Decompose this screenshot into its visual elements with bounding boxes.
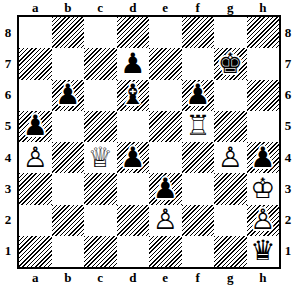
square-d8[interactable]	[117, 17, 150, 48]
square-c1[interactable]	[84, 236, 117, 267]
file-label-b: b	[52, 0, 85, 15]
chessboard: ♟♟♚♚♟♟♝♝♟♟♟♟♜♖♟♙♛♕♟♟♟♙♟♟♟♟♚♔♟♙♟♙♛♛	[17, 15, 281, 269]
square-d2[interactable]	[117, 205, 150, 236]
rank-labels-left: 87654321	[0, 17, 16, 267]
file-label-b: b	[52, 270, 85, 285]
square-h5[interactable]	[247, 111, 280, 142]
square-c6[interactable]	[84, 80, 117, 111]
white-pawn-icon: ♙	[19, 142, 52, 173]
square-b3[interactable]	[52, 173, 85, 204]
file-label-c: c	[84, 0, 117, 15]
file-labels-bottom: abcdefgh	[19, 270, 279, 285]
piece-black-pawn[interactable]: ♟♟	[52, 80, 85, 111]
file-label-e: e	[149, 0, 182, 15]
file-label-h: h	[247, 0, 280, 15]
square-b4[interactable]	[52, 142, 85, 173]
square-c7[interactable]	[84, 48, 117, 79]
file-label-g: g	[214, 0, 247, 15]
square-e8[interactable]	[149, 17, 182, 48]
square-f3[interactable]	[182, 173, 215, 204]
square-a2[interactable]	[19, 205, 52, 236]
file-label-h: h	[247, 270, 280, 285]
square-e6[interactable]	[149, 80, 182, 111]
square-e4[interactable]	[149, 142, 182, 173]
piece-white-pawn[interactable]: ♟♙	[19, 142, 52, 173]
piece-black-pawn[interactable]: ♟♟	[149, 173, 182, 204]
square-a3[interactable]	[19, 173, 52, 204]
white-pawn-icon: ♙	[214, 142, 247, 173]
square-a4[interactable]: ♟♙	[19, 142, 52, 173]
file-label-e: e	[149, 270, 182, 285]
black-queen-icon: ♛	[247, 236, 280, 267]
file-label-d: d	[117, 270, 150, 285]
rank-labels-right: 87654321	[281, 17, 295, 267]
square-a6[interactable]	[19, 80, 52, 111]
square-f8[interactable]	[182, 17, 215, 48]
piece-black-pawn[interactable]: ♟♟	[117, 48, 150, 79]
rank-label-5: 5	[0, 111, 16, 142]
square-b8[interactable]	[52, 17, 85, 48]
square-g7[interactable]: ♚♚	[214, 48, 247, 79]
piece-white-king[interactable]: ♚♔	[247, 173, 280, 204]
rank-label-2: 2	[0, 205, 16, 236]
square-g1[interactable]	[214, 236, 247, 267]
black-pawn-icon: ♟	[19, 111, 52, 142]
square-f6[interactable]: ♟♟	[182, 80, 215, 111]
piece-black-pawn[interactable]: ♟♟	[19, 111, 52, 142]
black-bishop-icon: ♝	[117, 80, 150, 111]
square-e5[interactable]	[149, 111, 182, 142]
piece-black-pawn[interactable]: ♟♟	[182, 80, 215, 111]
file-label-d: d	[117, 0, 150, 15]
piece-black-pawn[interactable]: ♟♟	[117, 142, 150, 173]
file-label-a: a	[19, 0, 52, 15]
piece-white-queen[interactable]: ♛♕	[84, 142, 117, 173]
rank-label-1: 1	[0, 236, 16, 267]
white-pawn-icon: ♙	[149, 205, 182, 236]
rank-label-8: 8	[0, 17, 16, 48]
square-b2[interactable]	[52, 205, 85, 236]
square-h1[interactable]: ♛♛	[247, 236, 280, 267]
square-h6[interactable]	[247, 80, 280, 111]
square-f5[interactable]: ♜♖	[182, 111, 215, 142]
rank-label-2: 2	[281, 205, 295, 236]
rank-label-4: 4	[0, 142, 16, 173]
square-f7[interactable]	[182, 48, 215, 79]
square-a1[interactable]	[19, 236, 52, 267]
black-king-icon: ♚	[214, 48, 247, 79]
chess-diagram: abcdefgh 87654321 87654321 abcdefgh ♟♟♚♚…	[0, 0, 295, 295]
square-f1[interactable]	[182, 236, 215, 267]
piece-white-rook[interactable]: ♜♖	[182, 111, 215, 142]
rank-label-1: 1	[281, 236, 295, 267]
square-c3[interactable]	[84, 173, 117, 204]
file-label-f: f	[182, 270, 215, 285]
white-pawn-icon: ♙	[247, 205, 280, 236]
rank-label-6: 6	[0, 80, 16, 111]
piece-white-pawn[interactable]: ♟♙	[214, 142, 247, 173]
square-g4[interactable]: ♟♙	[214, 142, 247, 173]
square-b1[interactable]	[52, 236, 85, 267]
square-h4[interactable]: ♟♟	[247, 142, 280, 173]
square-a5[interactable]: ♟♟	[19, 111, 52, 142]
black-pawn-icon: ♟	[52, 80, 85, 111]
square-d4[interactable]: ♟♟	[117, 142, 150, 173]
rank-label-7: 7	[281, 48, 295, 79]
square-d5[interactable]	[117, 111, 150, 142]
file-label-f: f	[182, 0, 215, 15]
piece-black-pawn[interactable]: ♟♟	[247, 142, 280, 173]
rank-label-7: 7	[0, 48, 16, 79]
black-pawn-icon: ♟	[149, 173, 182, 204]
piece-black-king[interactable]: ♚♚	[214, 48, 247, 79]
file-label-c: c	[84, 270, 117, 285]
square-g8[interactable]	[214, 17, 247, 48]
square-c2[interactable]	[84, 205, 117, 236]
piece-white-pawn[interactable]: ♟♙	[149, 205, 182, 236]
square-d3[interactable]	[117, 173, 150, 204]
rank-label-3: 3	[0, 173, 16, 204]
square-a7[interactable]	[19, 48, 52, 79]
rank-label-5: 5	[281, 111, 295, 142]
square-g3[interactable]	[214, 173, 247, 204]
square-b6[interactable]: ♟♟	[52, 80, 85, 111]
square-h8[interactable]	[247, 17, 280, 48]
piece-black-queen[interactable]: ♛♛	[247, 236, 280, 267]
rank-label-3: 3	[281, 173, 295, 204]
square-g6[interactable]	[214, 80, 247, 111]
square-b7[interactable]	[52, 48, 85, 79]
white-king-icon: ♔	[247, 173, 280, 204]
square-e2[interactable]: ♟♙	[149, 205, 182, 236]
square-e1[interactable]	[149, 236, 182, 267]
square-h2[interactable]: ♟♙	[247, 205, 280, 236]
square-f2[interactable]	[182, 205, 215, 236]
square-c4[interactable]: ♛♕	[84, 142, 117, 173]
black-pawn-icon: ♟	[247, 142, 280, 173]
rank-label-4: 4	[281, 142, 295, 173]
piece-white-pawn[interactable]: ♟♙	[247, 205, 280, 236]
square-h7[interactable]	[247, 48, 280, 79]
square-d7[interactable]: ♟♟	[117, 48, 150, 79]
square-d1[interactable]	[117, 236, 150, 267]
square-g5[interactable]	[214, 111, 247, 142]
white-rook-icon: ♖	[182, 111, 215, 142]
square-a8[interactable]	[19, 17, 52, 48]
rank-label-8: 8	[281, 17, 295, 48]
square-c8[interactable]	[84, 17, 117, 48]
file-label-a: a	[19, 270, 52, 285]
square-e3[interactable]: ♟♟	[149, 173, 182, 204]
file-label-g: g	[214, 270, 247, 285]
square-d6[interactable]: ♝♝	[117, 80, 150, 111]
black-pawn-icon: ♟	[117, 142, 150, 173]
square-f4[interactable]	[182, 142, 215, 173]
square-h3[interactable]: ♚♔	[247, 173, 280, 204]
piece-black-bishop[interactable]: ♝♝	[117, 80, 150, 111]
square-g2[interactable]	[214, 205, 247, 236]
square-c5[interactable]	[84, 111, 117, 142]
square-b5[interactable]	[52, 111, 85, 142]
white-queen-icon: ♕	[84, 142, 117, 173]
black-pawn-icon: ♟	[117, 48, 150, 79]
file-labels-top: abcdefgh	[19, 0, 279, 15]
black-pawn-icon: ♟	[182, 80, 215, 111]
square-e7[interactable]	[149, 48, 182, 79]
rank-label-6: 6	[281, 80, 295, 111]
